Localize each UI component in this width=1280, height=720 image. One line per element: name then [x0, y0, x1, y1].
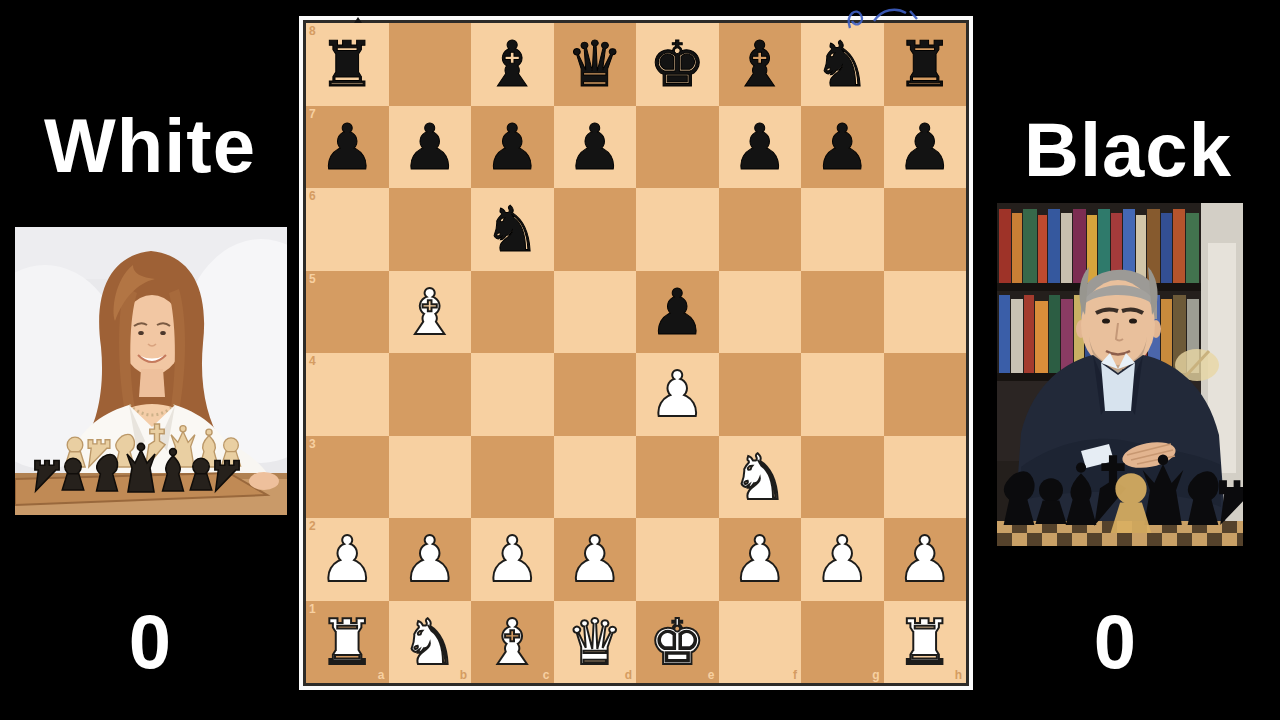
rank-label-2: 2 [309, 520, 316, 532]
square-f5[interactable] [719, 271, 802, 354]
square-g6[interactable] [801, 188, 884, 271]
square-a7[interactable]: 7♟ [306, 106, 389, 189]
square-a5[interactable]: 5 [306, 271, 389, 354]
square-f3[interactable]: ♞ [719, 436, 802, 519]
square-b7[interactable]: ♟ [389, 106, 472, 189]
square-h8[interactable]: ♜ [884, 23, 967, 106]
square-e8[interactable]: ♚ [636, 23, 719, 106]
square-f6[interactable] [719, 188, 802, 271]
piece-black-rook-h8[interactable]: ♜ [884, 23, 967, 106]
white-player-label: White [0, 108, 300, 184]
square-g3[interactable] [801, 436, 884, 519]
rank-label-4: 4 [309, 355, 316, 367]
square-c4[interactable] [471, 353, 554, 436]
square-f8[interactable]: ♝ [719, 23, 802, 106]
square-g1[interactable]: g [801, 601, 884, 684]
piece-white-bishop-c1[interactable]: ♝ [471, 601, 554, 684]
square-a1[interactable]: 1a♜ [306, 601, 389, 684]
square-d3[interactable] [554, 436, 637, 519]
square-g8[interactable]: ♞ [801, 23, 884, 106]
square-f2[interactable]: ♟ [719, 518, 802, 601]
chess-board: 8♜♝♛♚♝♞♜7♟♟♟♟♟♟♟6♞5♝♟4♟3♞2♟♟♟♟♟♟♟1a♜b♞c♝… [306, 23, 966, 683]
square-d8[interactable]: ♛ [554, 23, 637, 106]
rank-label-5: 5 [309, 273, 316, 285]
square-a4[interactable]: 4 [306, 353, 389, 436]
piece-white-pawn-f2[interactable]: ♟ [719, 518, 802, 601]
piece-black-rook-a8[interactable]: ♜ [306, 23, 389, 106]
file-label-c: c [543, 669, 550, 681]
piece-black-pawn-f7[interactable]: ♟ [719, 106, 802, 189]
square-c6[interactable]: ♞ [471, 188, 554, 271]
file-label-e: e [708, 669, 715, 681]
piece-white-knight-b1[interactable]: ♞ [389, 601, 472, 684]
square-b5[interactable]: ♝ [389, 271, 472, 354]
chess-board-frame: 8♜♝♛♚♝♞♜7♟♟♟♟♟♟♟6♞5♝♟4♟3♞2♟♟♟♟♟♟♟1a♜b♞c♝… [299, 16, 973, 690]
square-h6[interactable] [884, 188, 967, 271]
file-label-a: a [378, 669, 385, 681]
square-c2[interactable]: ♟ [471, 518, 554, 601]
piece-black-king-e8[interactable]: ♚ [636, 23, 719, 106]
piece-black-bishop-c8[interactable]: ♝ [471, 23, 554, 106]
cursor-triangle-icon [354, 17, 362, 23]
piece-black-knight-c6[interactable]: ♞ [471, 188, 554, 271]
rank-label-1: 1 [309, 603, 316, 615]
rank-label-3: 3 [309, 438, 316, 450]
square-f7[interactable]: ♟ [719, 106, 802, 189]
square-h5[interactable] [884, 271, 967, 354]
piece-black-queen-d8[interactable]: ♛ [554, 23, 637, 106]
square-d6[interactable] [554, 188, 637, 271]
square-b1[interactable]: b♞ [389, 601, 472, 684]
black-player-portrait [997, 203, 1243, 546]
square-c8[interactable]: ♝ [471, 23, 554, 106]
chess-board-border: 8♜♝♛♚♝♞♜7♟♟♟♟♟♟♟6♞5♝♟4♟3♞2♟♟♟♟♟♟♟1a♜b♞c♝… [303, 20, 969, 686]
square-d4[interactable] [554, 353, 637, 436]
rank-label-7: 7 [309, 108, 316, 120]
piece-white-pawn-e4[interactable]: ♟ [636, 353, 719, 436]
square-a3[interactable]: 3 [306, 436, 389, 519]
piece-black-bishop-f8[interactable]: ♝ [719, 23, 802, 106]
piece-white-pawn-b2[interactable]: ♟ [389, 518, 472, 601]
square-a6[interactable]: 6 [306, 188, 389, 271]
file-label-g: g [872, 669, 879, 681]
square-e5[interactable]: ♟ [636, 271, 719, 354]
square-f4[interactable] [719, 353, 802, 436]
piece-white-pawn-h2[interactable]: ♟ [884, 518, 967, 601]
square-f1[interactable]: f [719, 601, 802, 684]
piece-white-pawn-a2[interactable]: ♟ [306, 518, 389, 601]
square-e6[interactable] [636, 188, 719, 271]
black-player-score: 0 [995, 604, 1235, 680]
square-a2[interactable]: 2♟ [306, 518, 389, 601]
file-label-f: f [793, 669, 797, 681]
square-d2[interactable]: ♟ [554, 518, 637, 601]
piece-black-pawn-b7[interactable]: ♟ [389, 106, 472, 189]
piece-black-pawn-g7[interactable]: ♟ [801, 106, 884, 189]
file-label-b: b [460, 669, 467, 681]
piece-white-bishop-b5[interactable]: ♝ [389, 271, 472, 354]
white-player-photo [15, 227, 287, 515]
square-c3[interactable] [471, 436, 554, 519]
square-e3[interactable] [636, 436, 719, 519]
square-a8[interactable]: 8♜ [306, 23, 389, 106]
square-h3[interactable] [884, 436, 967, 519]
square-d7[interactable]: ♟ [554, 106, 637, 189]
piece-white-rook-h1[interactable]: ♜ [884, 601, 967, 684]
black-player-label: Black [1000, 112, 1256, 188]
square-b6[interactable] [389, 188, 472, 271]
square-b8[interactable] [389, 23, 472, 106]
square-b4[interactable] [389, 353, 472, 436]
piece-white-king-e1[interactable]: ♚ [636, 601, 719, 684]
square-g7[interactable]: ♟ [801, 106, 884, 189]
piece-white-pawn-d2[interactable]: ♟ [554, 518, 637, 601]
piece-white-knight-f3[interactable]: ♞ [719, 436, 802, 519]
piece-white-pawn-g2[interactable]: ♟ [801, 518, 884, 601]
rank-label-8: 8 [309, 25, 316, 37]
square-d1[interactable]: d♛ [554, 601, 637, 684]
annotation-scribble [842, 4, 928, 34]
square-g2[interactable]: ♟ [801, 518, 884, 601]
square-c5[interactable] [471, 271, 554, 354]
piece-black-knight-g8[interactable]: ♞ [801, 23, 884, 106]
piece-white-queen-d1[interactable]: ♛ [554, 601, 637, 684]
piece-black-pawn-e5[interactable]: ♟ [636, 271, 719, 354]
square-g4[interactable] [801, 353, 884, 436]
square-h2[interactable]: ♟ [884, 518, 967, 601]
square-h7[interactable]: ♟ [884, 106, 967, 189]
rank-label-6: 6 [309, 190, 316, 202]
file-label-h: h [955, 669, 962, 681]
file-label-d: d [625, 669, 632, 681]
square-e4[interactable]: ♟ [636, 353, 719, 436]
square-c1[interactable]: c♝ [471, 601, 554, 684]
piece-black-pawn-d7[interactable]: ♟ [554, 106, 637, 189]
square-b2[interactable]: ♟ [389, 518, 472, 601]
piece-black-pawn-h7[interactable]: ♟ [884, 106, 967, 189]
square-h4[interactable] [884, 353, 967, 436]
white-player-portrait [15, 227, 287, 515]
white-player-score: 0 [0, 604, 300, 680]
square-h1[interactable]: h♜ [884, 601, 967, 684]
piece-black-pawn-c7[interactable]: ♟ [471, 106, 554, 189]
black-player-photo [997, 203, 1243, 546]
square-g5[interactable] [801, 271, 884, 354]
square-e7[interactable] [636, 106, 719, 189]
piece-white-pawn-c2[interactable]: ♟ [471, 518, 554, 601]
piece-black-pawn-a7[interactable]: ♟ [306, 106, 389, 189]
scene: White [0, 0, 1280, 720]
square-e1[interactable]: e♚ [636, 601, 719, 684]
square-c7[interactable]: ♟ [471, 106, 554, 189]
square-d5[interactable] [554, 271, 637, 354]
square-b3[interactable] [389, 436, 472, 519]
piece-white-rook-a1[interactable]: ♜ [306, 601, 389, 684]
square-e2[interactable] [636, 518, 719, 601]
